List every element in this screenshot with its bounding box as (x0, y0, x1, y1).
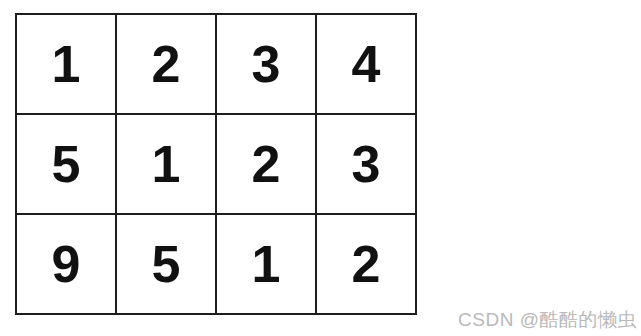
grid-cell-r0c3: 4 (316, 14, 416, 114)
grid-cell-r0c0: 1 (16, 14, 116, 114)
csdn-watermark: CSDN @酷酷的懒虫 (458, 307, 637, 333)
grid-cell-r0c1: 2 (116, 14, 216, 114)
grid-cell-r2c3: 2 (316, 214, 416, 314)
grid-cell-r2c1: 5 (116, 214, 216, 314)
grid-cell-r0c2: 3 (216, 14, 316, 114)
number-grid: 1 2 3 4 5 1 2 3 9 5 1 2 (15, 13, 417, 315)
grid-cell-r2c2: 1 (216, 214, 316, 314)
grid-cell-r1c1: 1 (116, 114, 216, 214)
grid-cell-r1c3: 3 (316, 114, 416, 214)
grid-cell-r1c0: 5 (16, 114, 116, 214)
grid-cell-r2c0: 9 (16, 214, 116, 314)
grid-cell-r1c2: 2 (216, 114, 316, 214)
